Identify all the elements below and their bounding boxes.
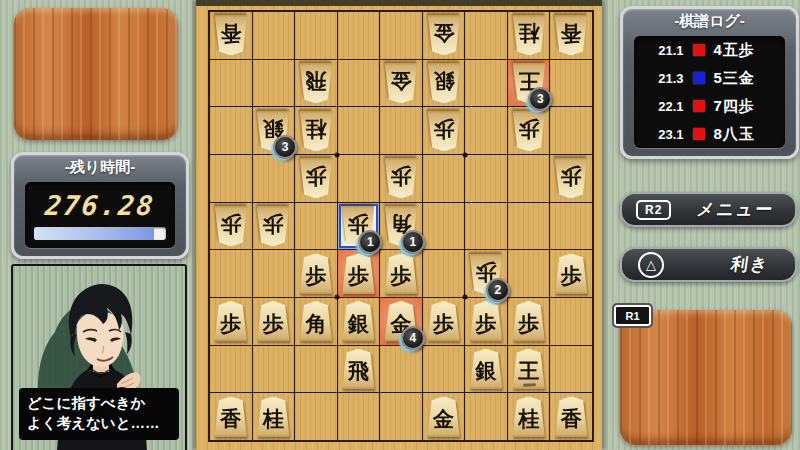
- board-cell[interactable]: [380, 107, 422, 154]
- board-cell[interactable]: 金: [380, 60, 422, 107]
- shogi-piece-opponent: 歩: [299, 158, 333, 199]
- board-cell[interactable]: 銀: [465, 346, 507, 393]
- shogi-piece-opponent: 歩: [512, 110, 546, 151]
- board-cell[interactable]: [550, 60, 592, 107]
- board-cell[interactable]: 角: [295, 298, 337, 345]
- board-cell[interactable]: [338, 60, 380, 107]
- kiki-button-label: 利き: [729, 253, 771, 276]
- board-cell[interactable]: 歩: [210, 203, 252, 250]
- board-cell[interactable]: [423, 203, 465, 250]
- shogi-piece-player: 歩: [299, 253, 333, 294]
- shogi-piece-opponent: 香: [554, 15, 588, 56]
- board-cell[interactable]: [423, 155, 465, 202]
- player-color-square-icon: [693, 72, 705, 84]
- board-cell[interactable]: [550, 346, 592, 393]
- kifu-log-screen: 21.14五歩21.35三金22.17四歩23.18八玉: [634, 36, 785, 148]
- board-cell[interactable]: 歩: [380, 250, 422, 297]
- shogi-piece-opponent: 歩: [214, 205, 248, 246]
- player-color-square-icon: [693, 44, 705, 56]
- remaining-time-title: -残り時間-: [14, 155, 186, 179]
- effect-count-badge: 2: [486, 278, 510, 302]
- board-cell[interactable]: 歩: [508, 298, 550, 345]
- shogi-board-grid: 香金桂香飛金銀王3銀3桂歩歩歩歩歩歩歩歩1角1歩歩歩歩2歩歩歩角銀金4歩歩歩飛銀…: [208, 10, 594, 442]
- board-cell[interactable]: [338, 155, 380, 202]
- board-cell[interactable]: [465, 12, 507, 59]
- shogi-piece-opponent: 桂: [512, 15, 546, 56]
- board-cell[interactable]: [380, 12, 422, 59]
- board-cell[interactable]: 金: [423, 393, 465, 440]
- shogi-piece-player: 歩: [427, 301, 461, 342]
- board-cell[interactable]: [210, 107, 252, 154]
- move-time: 23.1: [654, 127, 684, 142]
- board-cell[interactable]: [508, 203, 550, 250]
- board-cell[interactable]: 桂: [295, 107, 337, 154]
- shogi-piece-player: 香: [554, 396, 588, 437]
- kifu-log-title: -棋譜ログ-: [623, 9, 796, 33]
- hoshi-star-point: [462, 295, 467, 300]
- shogi-piece-player: 歩: [214, 301, 248, 342]
- board-cell[interactable]: [338, 393, 380, 440]
- shogi-piece-player: 歩: [554, 253, 588, 294]
- shogi-piece-player: 銀: [469, 348, 503, 389]
- r2-keycap: R2: [636, 200, 671, 220]
- board-cell[interactable]: [338, 107, 380, 154]
- board-cell[interactable]: 銀: [338, 298, 380, 345]
- board-cell[interactable]: [380, 393, 422, 440]
- kifu-log-row: 21.14五歩: [634, 36, 785, 64]
- board-cell[interactable]: 桂: [508, 12, 550, 59]
- player-color-square-icon: [693, 100, 705, 112]
- move-time: 21.3: [654, 71, 684, 86]
- board-cell[interactable]: 銀: [423, 60, 465, 107]
- shogi-piece-opponent: 歩: [427, 110, 461, 151]
- shogi-piece-player: 桂: [256, 396, 290, 437]
- shogi-piece-opponent: 金: [427, 15, 461, 56]
- board-cell[interactable]: 歩: [465, 298, 507, 345]
- shogi-piece-opponent: 桂: [299, 110, 333, 151]
- kifu-log-panel: -棋譜ログ- 21.14五歩21.35三金22.17四歩23.18八玉: [620, 6, 799, 159]
- board-cell[interactable]: [295, 203, 337, 250]
- board-cell[interactable]: 歩: [295, 250, 337, 297]
- move-text: 5三金: [714, 69, 766, 88]
- board-cell[interactable]: 歩: [423, 107, 465, 154]
- board-cell[interactable]: [338, 12, 380, 59]
- shogi-piece-player: 飛: [341, 348, 375, 389]
- board-cell[interactable]: 香: [210, 393, 252, 440]
- move-text: 4五歩: [714, 41, 766, 60]
- dialogue-line-2: よく考えないと……: [27, 413, 171, 433]
- move-text: 8八玉: [714, 125, 766, 144]
- board-cell[interactable]: [423, 346, 465, 393]
- hoshi-star-point: [462, 152, 467, 157]
- shogi-piece-opponent: 金: [384, 62, 418, 103]
- game-screen: 香金桂香飛金銀王3銀3桂歩歩歩歩歩歩歩歩1角1歩歩歩歩2歩歩歩角銀金4歩歩歩飛銀…: [0, 0, 800, 450]
- board-cell[interactable]: 歩: [295, 155, 337, 202]
- board-cell[interactable]: 歩2: [465, 250, 507, 297]
- board-cell[interactable]: 歩1: [338, 203, 380, 250]
- move-time: 21.1: [654, 43, 684, 58]
- effect-count-badge: 3: [273, 135, 297, 159]
- shogi-piece-player: 王: [512, 348, 546, 389]
- board-cell[interactable]: [210, 155, 252, 202]
- character-portrait-panel: どこに指すべきか よく考えないと……: [11, 264, 187, 450]
- kifu-log-row: 21.35三金: [634, 64, 785, 92]
- shogi-piece-player: 歩: [256, 301, 290, 342]
- board-cell[interactable]: [253, 155, 295, 202]
- board-cell[interactable]: [550, 107, 592, 154]
- board-cell[interactable]: [253, 346, 295, 393]
- time-progress-fill: [34, 227, 154, 240]
- hoshi-star-point: [335, 152, 340, 157]
- board-cell[interactable]: 飛: [295, 60, 337, 107]
- remaining-time-panel: -残り時間- 276.28: [11, 152, 189, 259]
- board-cell[interactable]: [210, 346, 252, 393]
- dialogue-box: どこに指すべきか よく考えないと……: [19, 388, 179, 440]
- kiki-toggle-button[interactable]: △ 利き: [620, 247, 797, 282]
- shogi-piece-player: 角: [299, 301, 333, 342]
- board-cell[interactable]: 角1: [380, 203, 422, 250]
- player-color-square-icon: [693, 128, 705, 140]
- effect-count-badge: 1: [401, 230, 425, 254]
- board-cell[interactable]: 王: [508, 346, 550, 393]
- dialogue-line-1: どこに指すべきか: [27, 393, 171, 413]
- r1-keycap[interactable]: R1: [612, 303, 653, 328]
- triangle-button-icon: △: [638, 252, 664, 278]
- board-cell[interactable]: [465, 155, 507, 202]
- board-cell[interactable]: 歩: [253, 203, 295, 250]
- move-time: 22.1: [654, 99, 684, 114]
- time-progress-bar: [34, 227, 166, 240]
- menu-button-label: メニュー: [696, 198, 776, 221]
- board-cell[interactable]: 歩: [210, 298, 252, 345]
- shogi-piece-opponent: 歩: [554, 158, 588, 199]
- shogi-piece-player: 歩: [469, 301, 503, 342]
- board-cell[interactable]: 桂: [253, 393, 295, 440]
- shogi-piece-player: 歩: [512, 301, 546, 342]
- board-cell[interactable]: 桂: [508, 393, 550, 440]
- board-cell[interactable]: 飛: [338, 346, 380, 393]
- shogi-piece-player: 香: [214, 396, 248, 437]
- shogi-piece-player: 金: [427, 396, 461, 437]
- board-cell[interactable]: [465, 60, 507, 107]
- board-cell[interactable]: 歩: [508, 107, 550, 154]
- board-cell[interactable]: [295, 393, 337, 440]
- board-cell[interactable]: [295, 12, 337, 59]
- board-cell[interactable]: [253, 60, 295, 107]
- shogi-piece-player: 歩: [384, 253, 418, 294]
- board-cell[interactable]: 歩: [550, 250, 592, 297]
- menu-button[interactable]: R2 メニュー: [620, 192, 797, 227]
- effect-count-badge: 4: [401, 326, 425, 350]
- board-cell[interactable]: [465, 203, 507, 250]
- board-cell[interactable]: [550, 298, 592, 345]
- board-cell[interactable]: [253, 250, 295, 297]
- board-cell[interactable]: 香: [550, 12, 592, 59]
- board-cell[interactable]: [253, 12, 295, 59]
- remaining-time-value: 276.28: [23, 190, 176, 221]
- board-cell[interactable]: 歩: [380, 155, 422, 202]
- piece-maker-mark: [523, 383, 536, 387]
- board-cell[interactable]: [423, 250, 465, 297]
- board-cell[interactable]: 歩: [550, 155, 592, 202]
- board-cell[interactable]: [508, 155, 550, 202]
- board-cell[interactable]: 金: [423, 12, 465, 59]
- captured-pieces-tray-player: [620, 310, 792, 445]
- move-text: 7四歩: [714, 97, 766, 116]
- board-cell[interactable]: 金4: [380, 298, 422, 345]
- shogi-piece-opponent: 歩: [384, 158, 418, 199]
- kifu-log-row: 23.18八玉: [634, 120, 785, 148]
- board-cell[interactable]: 歩: [423, 298, 465, 345]
- r1-keycap-label: R1: [625, 310, 639, 322]
- shogi-piece-opponent: 飛: [299, 62, 333, 103]
- board-cell[interactable]: 歩: [253, 298, 295, 345]
- hoshi-star-point: [335, 295, 340, 300]
- board-cell[interactable]: [550, 203, 592, 250]
- board-cell[interactable]: 銀3: [253, 107, 295, 154]
- kifu-log-row: 22.17四歩: [634, 92, 785, 120]
- shogi-piece-opponent: 香: [214, 15, 248, 56]
- board-cell[interactable]: [465, 393, 507, 440]
- board-cell[interactable]: [508, 250, 550, 297]
- board-cell[interactable]: 歩: [338, 250, 380, 297]
- board-cell[interactable]: [465, 107, 507, 154]
- shogi-piece-opponent: 歩: [256, 205, 290, 246]
- board-cell[interactable]: 香: [550, 393, 592, 440]
- shogi-piece-player: 歩: [341, 253, 375, 294]
- board-cell[interactable]: [295, 346, 337, 393]
- shogi-piece-player: 桂: [512, 396, 546, 437]
- shogi-piece-player: 銀: [341, 301, 375, 342]
- board-cell[interactable]: [380, 346, 422, 393]
- board-cell[interactable]: [210, 250, 252, 297]
- shogi-piece-opponent: 銀: [427, 62, 461, 103]
- timer-screen: 276.28: [25, 182, 175, 248]
- board-cell[interactable]: [210, 60, 252, 107]
- board-cell[interactable]: 王3: [508, 60, 550, 107]
- board-cell[interactable]: 香: [210, 12, 252, 59]
- captured-pieces-tray-opponent: [14, 8, 178, 140]
